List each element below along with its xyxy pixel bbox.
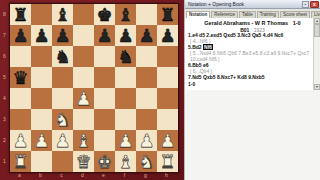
board-panel: 87654321 ♜♝♚♝♜♟♟♟♟♟♟♟♞♞♛♟♞♟♟♟♝♟♟♟♜♛♚♝♞♜ … (0, 0, 184, 180)
square-d4[interactable]: ♟ (73, 88, 94, 109)
square-g5[interactable] (136, 67, 157, 88)
players-line: Gerald Abrahams - W R Thomas 1-0 (185, 20, 320, 26)
rank-label-7: 7 (1, 24, 8, 45)
square-e8[interactable]: ♚ (94, 4, 115, 25)
square-f1[interactable]: ♝ (115, 151, 136, 172)
piece-black-queen: ♛ (12, 67, 28, 88)
piece-white-pawn: ♟ (159, 130, 175, 151)
square-c3[interactable]: ♞ (52, 109, 73, 130)
square-h1[interactable]: ♜ (157, 151, 178, 172)
square-b4[interactable] (31, 88, 52, 109)
piece-black-pawn: ♟ (54, 25, 70, 46)
close-icon[interactable]: x (310, 1, 319, 8)
square-g7[interactable]: ♟ (136, 25, 157, 46)
game-result: 1-0 (188, 81, 312, 87)
square-c7[interactable]: ♟ (52, 25, 73, 46)
square-a3[interactable] (10, 109, 31, 130)
square-d8[interactable] (73, 4, 94, 25)
square-g1[interactable]: ♞ (136, 151, 157, 172)
piece-black-pawn: ♟ (159, 25, 175, 46)
pane-titlebar: Notation + Opening Book ▪ x (185, 0, 320, 9)
piece-white-queen: ♛ (75, 151, 91, 172)
square-d7[interactable] (73, 25, 94, 46)
square-f3[interactable] (115, 109, 136, 130)
piece-white-bishop: ♝ (75, 130, 91, 151)
square-h3[interactable] (157, 109, 178, 130)
square-g6[interactable] (136, 46, 157, 67)
square-g4[interactable] (136, 88, 157, 109)
chessbase-window: 87654321 ♜♝♚♝♜♟♟♟♟♟♟♟♞♞♛♟♞♟♟♟♝♟♟♟♜♛♚♝♞♜ … (0, 0, 320, 180)
file-label-d: d (72, 172, 93, 179)
pin-icon[interactable]: ▪ (302, 1, 309, 8)
piece-white-knight: ♞ (54, 109, 70, 130)
square-e1[interactable]: ♚ (94, 151, 115, 172)
square-f6[interactable]: ♞ (115, 46, 136, 67)
square-f4[interactable] (115, 88, 136, 109)
square-b2[interactable]: ♟ (31, 130, 52, 151)
square-a6[interactable] (10, 46, 31, 67)
square-d3[interactable] (73, 109, 94, 130)
piece-white-bishop: ♝ (117, 151, 133, 172)
piece-white-pawn: ♟ (75, 88, 91, 109)
square-h4[interactable] (157, 88, 178, 109)
piece-black-knight: ♞ (117, 46, 133, 67)
square-b6[interactable] (31, 46, 52, 67)
piece-black-bishop: ♝ (117, 4, 133, 25)
piece-white-pawn: ♟ (33, 130, 49, 151)
piece-black-pawn: ♟ (117, 25, 133, 46)
tab-livebook[interactable]: LiveBook (311, 11, 320, 18)
square-c1[interactable] (52, 151, 73, 172)
file-label-e: e (93, 172, 114, 179)
square-c5[interactable] (52, 67, 73, 88)
square-g2[interactable]: ♟ (136, 130, 157, 151)
board: ♜♝♚♝♜♟♟♟♟♟♟♟♞♞♛♟♞♟♟♟♝♟♟♟♜♛♚♝♞♜ (9, 3, 179, 173)
square-a5[interactable]: ♛ (10, 67, 31, 88)
piece-black-king: ♚ (96, 4, 112, 25)
square-h6[interactable] (157, 46, 178, 67)
rank-label-6: 6 (1, 45, 8, 66)
piece-white-pawn: ♟ (12, 130, 28, 151)
square-a8[interactable]: ♜ (10, 4, 31, 25)
square-e2[interactable] (94, 130, 115, 151)
file-label-c: c (51, 172, 72, 179)
square-f5[interactable] (115, 67, 136, 88)
piece-white-king: ♚ (96, 151, 112, 172)
square-d2[interactable]: ♝ (73, 130, 94, 151)
rank-label-2: 2 (1, 129, 8, 150)
piece-white-pawn: ♟ (117, 130, 133, 151)
piece-black-pawn: ♟ (96, 25, 112, 46)
notation-content: Gerald Abrahams - W R Thomas 1-0 B01 192… (185, 18, 320, 91)
file-label-g: g (135, 172, 156, 179)
rank-label-5: 5 (1, 66, 8, 87)
header-result: 1-0 (293, 20, 301, 26)
square-a4[interactable] (10, 88, 31, 109)
move-list: 1.e4 d5 2.exd5 Qxd5 3.Nc3 Qa5 4.d4 Nc6 [… (185, 31, 313, 90)
rank-label-3: 3 (1, 108, 8, 129)
rank-label-8: 8 (1, 3, 8, 24)
square-c8[interactable]: ♝ (52, 4, 73, 25)
square-e3[interactable] (94, 109, 115, 130)
tab-score-sheet[interactable]: Score sheet (280, 11, 310, 18)
square-a2[interactable]: ♟ (10, 130, 31, 151)
square-b3[interactable] (31, 109, 52, 130)
tab-notation[interactable]: Notation (186, 11, 210, 18)
piece-black-bishop: ♝ (54, 4, 70, 25)
square-e5[interactable] (94, 67, 115, 88)
tab-table[interactable]: Table (239, 11, 256, 18)
piece-black-rook: ♜ (159, 4, 175, 25)
square-d5[interactable] (73, 67, 94, 88)
piece-black-knight: ♞ (54, 46, 70, 67)
square-c4[interactable] (52, 88, 73, 109)
piece-black-rook: ♜ (12, 4, 28, 25)
square-e7[interactable]: ♟ (94, 25, 115, 46)
square-d6[interactable] (73, 46, 94, 67)
square-d1[interactable]: ♛ (73, 151, 94, 172)
variation-2[interactable]: [ 5...Nxd4 6.Nb5 Qb6 7.Be3 e5 8.c3 a6 9.… (188, 50, 312, 62)
file-label-a: a (9, 172, 30, 179)
square-b7[interactable]: ♟ (31, 25, 52, 46)
rank-label-1: 1 (1, 150, 8, 171)
piece-white-rook: ♜ (159, 151, 175, 172)
rank-labels: 87654321 (1, 3, 8, 171)
square-g8[interactable] (136, 4, 157, 25)
square-e6[interactable] (94, 46, 115, 67)
square-h8[interactable]: ♜ (157, 4, 178, 25)
square-g3[interactable] (136, 109, 157, 130)
square-a7[interactable]: ♟ (10, 25, 31, 46)
pane-title: Notation + Opening Book (188, 1, 302, 7)
piece-white-knight: ♞ (138, 151, 154, 172)
square-e4[interactable] (94, 88, 115, 109)
square-f8[interactable]: ♝ (115, 4, 136, 25)
square-h5[interactable] (157, 67, 178, 88)
piece-black-pawn: ♟ (138, 25, 154, 46)
square-f7[interactable]: ♟ (115, 25, 136, 46)
square-b1[interactable] (31, 151, 52, 172)
piece-black-pawn: ♟ (33, 25, 49, 46)
empty-pane (185, 90, 320, 180)
piece-white-pawn: ♟ (138, 130, 154, 151)
piece-white-rook: ♜ (12, 151, 28, 172)
rank-label-4: 4 (1, 87, 8, 108)
square-h2[interactable]: ♟ (157, 130, 178, 151)
scroll-thumb[interactable] (314, 24, 320, 37)
move-line-4[interactable]: 7.Nd5 Qxb5 8.Nxc7+ Kd8 9.Nxb5 (188, 74, 312, 80)
square-f2[interactable]: ♟ (115, 130, 136, 151)
square-a1[interactable]: ♜ (10, 151, 31, 172)
file-labels: abcdefgh (9, 172, 177, 179)
players: Gerald Abrahams - W R Thomas (204, 20, 288, 26)
square-h7[interactable]: ♟ (157, 25, 178, 46)
square-b8[interactable] (31, 4, 52, 25)
tab-training[interactable]: Training (257, 11, 279, 18)
square-b5[interactable] (31, 67, 52, 88)
file-label-f: f (114, 172, 135, 179)
square-c6[interactable]: ♞ (52, 46, 73, 67)
square-c2[interactable]: ♟ (52, 130, 73, 151)
scrollbar[interactable]: ▲ ▼ (313, 18, 320, 90)
piece-white-pawn: ♟ (54, 130, 70, 151)
piece-black-pawn: ♟ (12, 25, 28, 46)
tab-reference[interactable]: Reference (211, 11, 238, 18)
file-label-b: b (30, 172, 51, 179)
notation-panel: Notation + Opening Book ▪ x NotationRefe… (184, 0, 320, 180)
file-label-h: h (156, 172, 177, 179)
